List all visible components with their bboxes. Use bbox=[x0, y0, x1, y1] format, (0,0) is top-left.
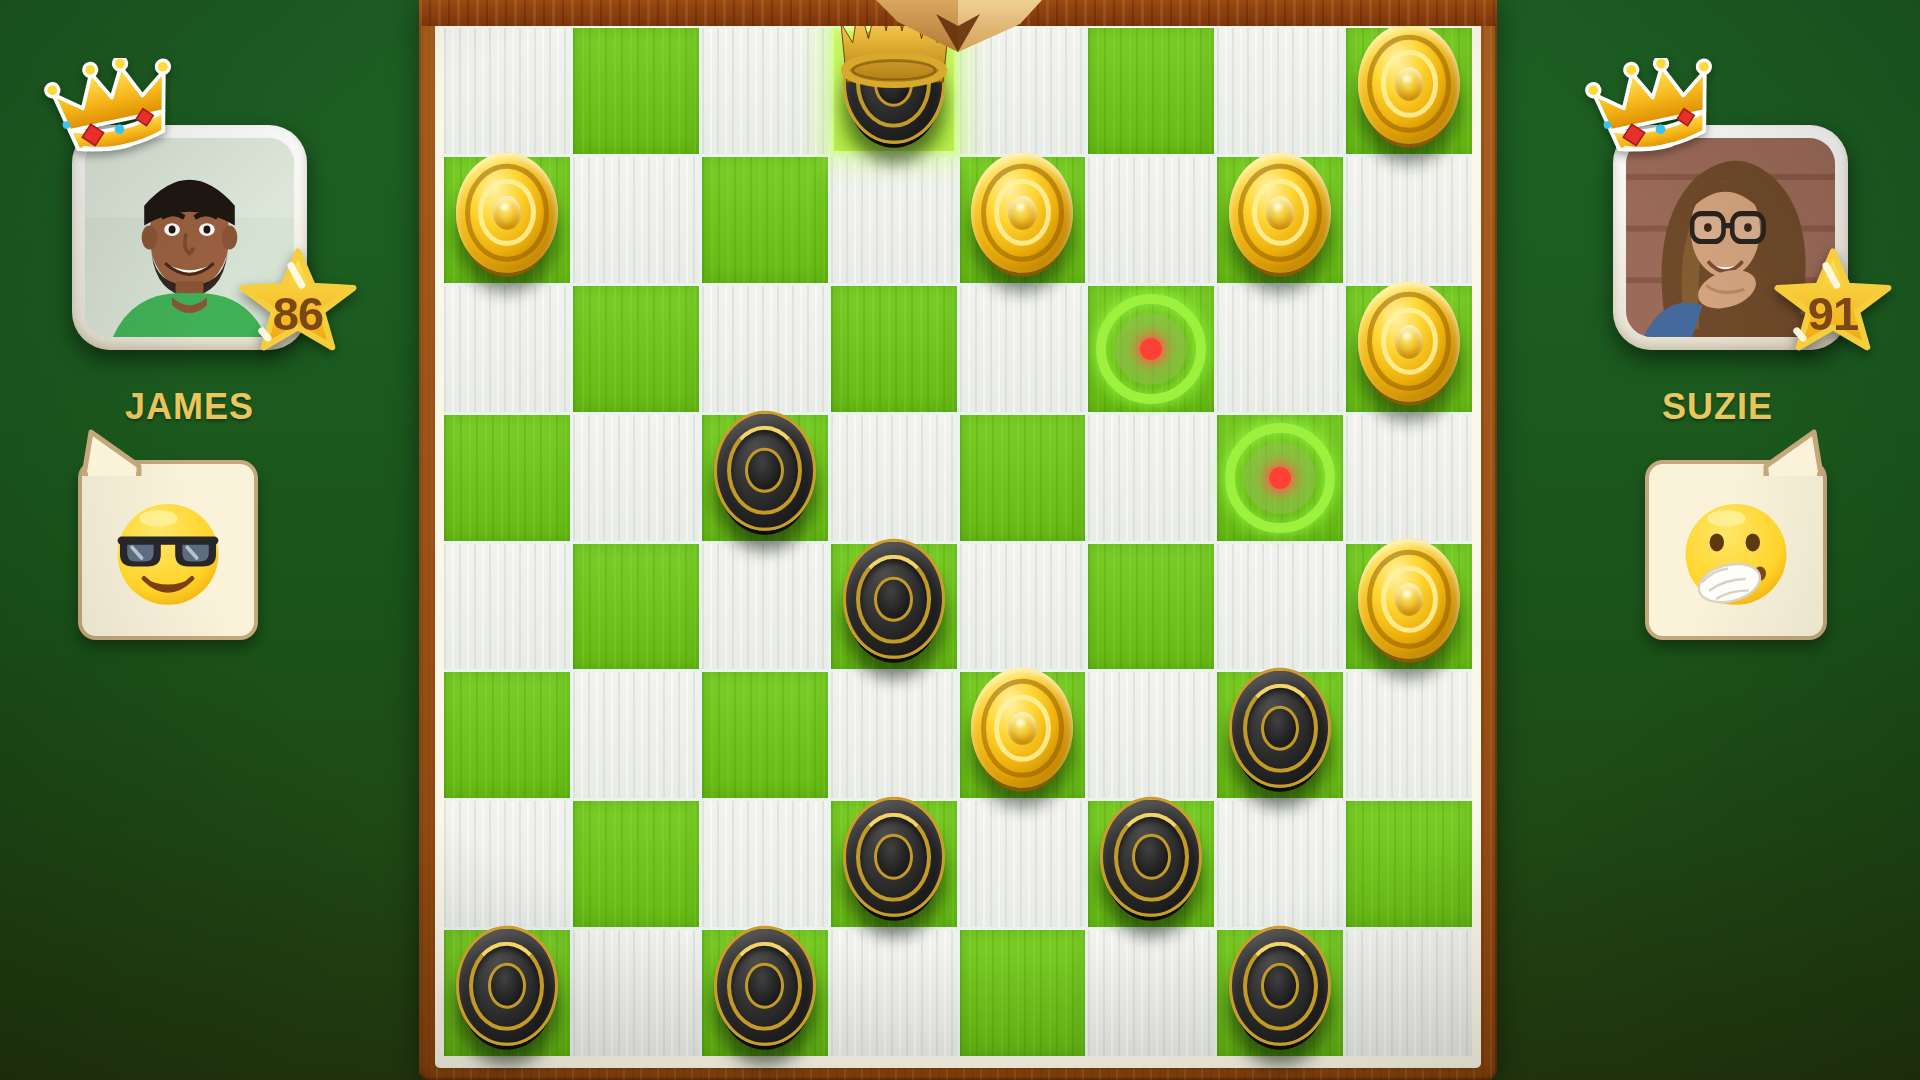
gold-man-piece[interactable] bbox=[1229, 153, 1331, 273]
board-plank-fold-icon bbox=[838, 0, 1078, 56]
square-c6 bbox=[702, 286, 828, 412]
square-e4 bbox=[960, 544, 1086, 670]
square-c4 bbox=[702, 544, 828, 670]
square-f1 bbox=[1088, 930, 1214, 1056]
square-d5 bbox=[831, 415, 957, 541]
square-e5[interactable] bbox=[960, 415, 1086, 541]
square-d7 bbox=[831, 157, 957, 283]
board-grid bbox=[444, 28, 1472, 1056]
gold-man-piece[interactable] bbox=[1358, 539, 1460, 659]
square-c5[interactable] bbox=[702, 415, 828, 541]
black-man-piece[interactable] bbox=[714, 926, 816, 1046]
square-f8[interactable] bbox=[1088, 28, 1214, 154]
square-e2 bbox=[960, 801, 1086, 927]
square-b3 bbox=[573, 672, 699, 798]
square-h4[interactable] bbox=[1346, 544, 1472, 670]
black-man-piece[interactable] bbox=[1100, 797, 1202, 917]
black-man-piece[interactable] bbox=[843, 539, 945, 659]
rating-right-value: 91 bbox=[1773, 286, 1893, 341]
square-h5 bbox=[1346, 415, 1472, 541]
winner-crown-left-icon bbox=[44, 58, 186, 158]
square-g6 bbox=[1217, 286, 1343, 412]
square-a6 bbox=[444, 286, 570, 412]
square-b8[interactable] bbox=[573, 28, 699, 154]
player-name-left: JAMES bbox=[72, 386, 307, 428]
rating-badge-left: 86 bbox=[238, 248, 358, 372]
square-h2[interactable] bbox=[1346, 801, 1472, 927]
square-a3[interactable] bbox=[444, 672, 570, 798]
square-f6[interactable] bbox=[1088, 286, 1214, 412]
square-b4[interactable] bbox=[573, 544, 699, 670]
player-name-right: SUZIE bbox=[1600, 386, 1835, 428]
square-h8[interactable] bbox=[1346, 28, 1472, 154]
black-man-piece[interactable] bbox=[714, 410, 816, 530]
rating-left-value: 86 bbox=[238, 286, 358, 341]
rating-badge-right: 91 bbox=[1773, 248, 1893, 372]
square-a4 bbox=[444, 544, 570, 670]
square-e6 bbox=[960, 286, 1086, 412]
square-c7[interactable] bbox=[702, 157, 828, 283]
gold-man-piece[interactable] bbox=[1358, 24, 1460, 144]
winner-crown-right-icon bbox=[1585, 58, 1727, 158]
square-a1[interactable] bbox=[444, 930, 570, 1056]
square-c1[interactable] bbox=[702, 930, 828, 1056]
gold-man-piece[interactable] bbox=[1358, 281, 1460, 401]
square-g8 bbox=[1217, 28, 1343, 154]
black-man-piece[interactable] bbox=[843, 797, 945, 917]
square-d1 bbox=[831, 930, 957, 1056]
square-b7 bbox=[573, 157, 699, 283]
chat-bubble-right[interactable] bbox=[1645, 428, 1827, 640]
square-g3[interactable] bbox=[1217, 672, 1343, 798]
square-e3[interactable] bbox=[960, 672, 1086, 798]
square-f5 bbox=[1088, 415, 1214, 541]
black-man-piece[interactable] bbox=[1229, 668, 1331, 788]
square-f3 bbox=[1088, 672, 1214, 798]
square-d4[interactable] bbox=[831, 544, 957, 670]
black-man-piece[interactable] bbox=[1229, 926, 1331, 1046]
hand-over-mouth-emoji-icon bbox=[1672, 492, 1800, 612]
chat-bubble-left[interactable] bbox=[78, 428, 258, 640]
square-g1[interactable] bbox=[1217, 930, 1343, 1056]
sunglasses-emoji-icon bbox=[104, 492, 232, 612]
square-b5 bbox=[573, 415, 699, 541]
square-b6[interactable] bbox=[573, 286, 699, 412]
square-b1 bbox=[573, 930, 699, 1056]
square-d6[interactable] bbox=[831, 286, 957, 412]
square-g7[interactable] bbox=[1217, 157, 1343, 283]
square-h1 bbox=[1346, 930, 1472, 1056]
square-f7 bbox=[1088, 157, 1214, 283]
square-a7[interactable] bbox=[444, 157, 570, 283]
square-g2 bbox=[1217, 801, 1343, 927]
square-d2[interactable] bbox=[831, 801, 957, 927]
square-h6[interactable] bbox=[1346, 286, 1472, 412]
square-a8 bbox=[444, 28, 570, 154]
square-f2[interactable] bbox=[1088, 801, 1214, 927]
square-a5[interactable] bbox=[444, 415, 570, 541]
square-h7 bbox=[1346, 157, 1472, 283]
square-c3[interactable] bbox=[702, 672, 828, 798]
bubble-tail-left-icon bbox=[80, 428, 142, 476]
square-f4[interactable] bbox=[1088, 544, 1214, 670]
square-e1[interactable] bbox=[960, 930, 1086, 1056]
square-g5[interactable] bbox=[1217, 415, 1343, 541]
black-man-piece[interactable] bbox=[456, 926, 558, 1046]
move-hint[interactable] bbox=[1225, 423, 1335, 533]
square-b2[interactable] bbox=[573, 801, 699, 927]
gold-man-piece[interactable] bbox=[456, 153, 558, 273]
square-c8 bbox=[702, 28, 828, 154]
gold-man-piece[interactable] bbox=[971, 153, 1073, 273]
move-hint[interactable] bbox=[1096, 294, 1206, 404]
square-g4 bbox=[1217, 544, 1343, 670]
square-e7[interactable] bbox=[960, 157, 1086, 283]
square-a2 bbox=[444, 801, 570, 927]
square-d3 bbox=[831, 672, 957, 798]
checkers-board bbox=[419, 0, 1497, 1080]
bubble-tail-right-icon bbox=[1763, 428, 1825, 476]
square-h3 bbox=[1346, 672, 1472, 798]
gold-man-piece[interactable] bbox=[971, 668, 1073, 788]
square-c2 bbox=[702, 801, 828, 927]
